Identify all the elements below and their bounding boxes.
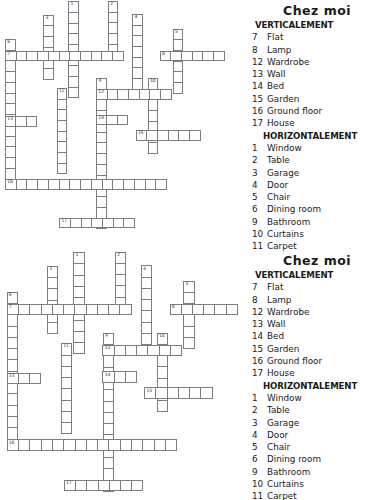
crossword-cell[interactable]	[5, 147, 16, 158]
crossword-cell[interactable]	[7, 327, 18, 338]
crossword-cell[interactable]	[61, 412, 72, 423]
crossword-cell[interactable]	[98, 304, 109, 315]
crossword-cell[interactable]	[70, 179, 81, 190]
cell-number: 1	[70, 2, 73, 7]
crossword-cell[interactable]: 5	[173, 29, 184, 41]
word-strip-13-copy-2: 13	[7, 373, 41, 384]
crossword-cell[interactable]	[82, 218, 93, 229]
crossword-cell[interactable]	[47, 278, 58, 289]
crossword-cell[interactable]: 17	[64, 480, 76, 491]
crossword-cell[interactable]	[132, 79, 143, 90]
clue-number: 8	[252, 294, 267, 306]
crossword-cell[interactable]	[183, 338, 194, 349]
clue-number: 17	[252, 367, 267, 379]
crossword-cell[interactable]	[73, 264, 84, 275]
crossword-cell[interactable]	[61, 423, 72, 434]
crossword-cell[interactable]	[73, 321, 84, 332]
crossword-cell[interactable]	[43, 37, 54, 48]
crossword-cell[interactable]: 1	[73, 252, 84, 264]
crossword-cell[interactable]: 3	[43, 15, 54, 27]
crossword-cell[interactable]	[71, 218, 82, 229]
crossword-cell[interactable]	[43, 26, 54, 37]
word-strip-12-copy-2: 12	[102, 345, 182, 356]
verticalement-heading: VERTICALEMENT	[250, 269, 372, 281]
crossword-cell[interactable]	[61, 378, 72, 389]
crossword-cell[interactable]	[201, 387, 212, 398]
word-strip-9-copy-1: 9	[96, 78, 107, 229]
crossword-cell[interactable]	[132, 439, 143, 450]
crossword-cell[interactable]: 17	[59, 218, 71, 229]
crossword-cell[interactable]	[141, 300, 152, 311]
crossword-cell[interactable]	[68, 13, 79, 24]
clue-number: 6	[252, 203, 267, 215]
crossword-cell[interactable]	[61, 367, 72, 378]
crossword-cell[interactable]	[171, 345, 182, 356]
crossword-cell[interactable]	[193, 304, 204, 315]
crossword-cell[interactable]	[183, 293, 194, 304]
crossword-cell[interactable]	[182, 304, 193, 315]
crossword-cell[interactable]	[73, 287, 84, 298]
crossword-cell[interactable]	[137, 345, 148, 356]
crossword-cell[interactable]	[70, 51, 81, 62]
crossword-cell[interactable]	[148, 111, 159, 122]
crossword-cell[interactable]	[129, 89, 140, 100]
crossword-cell[interactable]	[81, 179, 92, 190]
crossword-cell[interactable]	[7, 315, 18, 326]
word-strip-3-copy-1: 3	[43, 15, 54, 80]
clue-label: Garden	[267, 343, 372, 355]
crossword-cell[interactable]: 15	[144, 387, 156, 398]
word-strip-4-copy-2: 4	[141, 265, 152, 356]
crossword-cell[interactable]: 10	[157, 333, 168, 345]
vertical-clue-list: 7Flat8Lamp12Wardrobe13Wall14Bed15Garden1…	[250, 281, 372, 379]
crossword-cell[interactable]	[140, 89, 151, 100]
crossword-cell[interactable]: 1	[68, 1, 79, 13]
crossword-cell[interactable]: 16	[5, 179, 17, 190]
crossword-cell[interactable]	[158, 130, 169, 141]
crossword-cell[interactable]: 16	[7, 439, 19, 450]
crossword-cell[interactable]	[113, 179, 124, 190]
crossword-cell[interactable]: 2	[115, 252, 126, 264]
crossword-cell[interactable]: 6	[5, 39, 16, 51]
crossword-cell[interactable]	[157, 356, 168, 367]
word-strip-8-copy-2: 8	[170, 304, 238, 315]
crossword-cell[interactable]	[132, 480, 143, 491]
crossword-cell[interactable]: 7	[5, 51, 17, 62]
crossword-cell[interactable]	[103, 218, 114, 229]
word-strip-13-copy-1: 13	[5, 116, 37, 127]
crossword-cell[interactable]	[141, 289, 152, 300]
word-strip-6-copy-1: 6	[5, 39, 16, 190]
word-strip-15-copy-2: 15	[144, 387, 212, 398]
crossword-cell[interactable]	[42, 439, 53, 450]
crossword-cell[interactable]	[193, 51, 204, 62]
crossword-cell[interactable]: 15	[136, 130, 148, 141]
crossword-cell[interactable]	[53, 439, 64, 450]
word-strip-8-copy-1: 8	[160, 51, 225, 62]
crossword-cell[interactable]	[118, 115, 128, 126]
crossword-cell[interactable]	[76, 439, 87, 450]
crossword-cell[interactable]	[157, 401, 168, 412]
crossword-cell[interactable]	[60, 51, 71, 62]
crossword-cell[interactable]	[161, 89, 172, 100]
clue-label: Table	[267, 154, 372, 166]
clue-number: 7	[252, 281, 267, 293]
crossword-cell[interactable]	[96, 165, 107, 176]
crossword-cell[interactable]	[146, 179, 157, 190]
cell-number: 11	[63, 344, 68, 349]
crossword-cell[interactable]	[148, 345, 159, 356]
cell-number: 3	[45, 16, 48, 21]
clue-number: 15	[252, 93, 267, 105]
clue-label: Dining room	[267, 203, 372, 215]
crossword-cell[interactable]	[27, 179, 38, 190]
crossword-cell[interactable]	[132, 58, 143, 69]
crossword-cell[interactable]	[132, 26, 143, 37]
crossword-cell[interactable]	[38, 179, 49, 190]
crossword-cell[interactable]	[108, 23, 119, 34]
crossword-cell[interactable]	[47, 323, 58, 334]
word-strip-14-copy-1: 14	[96, 115, 128, 126]
clue-label: Bathroom	[267, 466, 372, 478]
crossword-cell[interactable]	[173, 83, 184, 94]
crossword-cell[interactable]	[42, 304, 53, 315]
crossword-cell[interactable]	[190, 130, 201, 141]
crossword-cell[interactable]: 4	[132, 14, 143, 26]
crossword-cell[interactable]: 8	[160, 51, 172, 62]
clue-number: 9	[252, 466, 267, 478]
crossword-cell[interactable]	[57, 132, 68, 143]
clue-number: 15	[252, 343, 267, 355]
crossword-cell[interactable]	[102, 51, 113, 62]
crossword-cell[interactable]	[30, 373, 41, 384]
crossword-cell[interactable]	[96, 100, 107, 111]
crossword-cell[interactable]	[148, 143, 159, 154]
crossword-cell[interactable]	[132, 47, 143, 58]
clue-number: 9	[252, 216, 267, 228]
crossword-cell[interactable]: 12	[96, 89, 108, 100]
word-strip-7-copy-2: 7	[7, 304, 132, 315]
crossword-cell[interactable]	[27, 51, 38, 62]
cell-number: 2	[117, 253, 120, 258]
crossword-cell[interactable]	[109, 439, 120, 450]
crossword-cell[interactable]	[7, 349, 18, 360]
crossword-cell[interactable]	[76, 480, 87, 491]
crossword-cell[interactable]	[204, 304, 215, 315]
cell-number: 17	[61, 219, 66, 224]
crossword-cell[interactable]	[5, 169, 16, 180]
clue-label: Garage	[267, 167, 372, 179]
crossword-cell[interactable]	[81, 51, 92, 62]
crossword-cell[interactable]	[61, 401, 72, 412]
clue-label: Table	[267, 404, 372, 416]
crossword-cell[interactable]	[57, 153, 68, 164]
crossword-cell[interactable]: 13	[5, 116, 16, 127]
crossword-cell[interactable]	[7, 394, 18, 405]
crossword-cell[interactable]: 2	[108, 1, 119, 13]
clue-label: Lamp	[267, 44, 372, 56]
word-strip-2-copy-1: 2	[108, 1, 119, 55]
clue-row: 5Chair	[250, 191, 372, 203]
cell-number: 9	[105, 334, 108, 339]
crossword-cell[interactable]	[118, 89, 129, 100]
crossword-cell[interactable]	[121, 439, 132, 450]
crossword-cell[interactable]	[47, 289, 58, 300]
crossword-cell[interactable]	[141, 323, 152, 334]
crossword-cell[interactable]	[155, 439, 166, 450]
crossword-cell[interactable]	[103, 413, 114, 424]
crossword-cell[interactable]	[64, 439, 75, 450]
crossword-cell[interactable]	[5, 83, 16, 94]
crossword-cell[interactable]: 11	[61, 343, 72, 355]
clue-number: 7	[252, 31, 267, 43]
crossword-cell[interactable]	[108, 13, 119, 24]
crossword-cell[interactable]	[179, 387, 190, 398]
crossword-cell[interactable]	[5, 72, 16, 83]
crossword-cell[interactable]	[109, 304, 120, 315]
crossword-cell[interactable]	[141, 278, 152, 289]
crossword-cell[interactable]	[103, 356, 114, 367]
cell-number: 6	[9, 293, 12, 298]
crossword-cell[interactable]	[57, 110, 68, 121]
crossword-cell[interactable]: 14	[96, 115, 107, 126]
crossword-cell[interactable]	[30, 304, 41, 315]
crossword-cell[interactable]	[92, 51, 103, 62]
crossword-cell[interactable]	[57, 164, 68, 175]
crossword-cell[interactable]	[156, 387, 167, 398]
crossword-cell[interactable]	[215, 304, 226, 315]
crossword-cell[interactable]	[87, 480, 98, 491]
word-strip-17-copy-1: 17	[59, 218, 135, 229]
crossword-cell[interactable]: 6	[7, 292, 18, 304]
crossword-cell[interactable]	[103, 390, 114, 401]
clue-number: 8	[252, 44, 267, 56]
crossword-cell[interactable]	[7, 406, 18, 417]
crossword-cell[interactable]	[61, 389, 72, 400]
clue-number: 16	[252, 355, 267, 367]
crossword-cell[interactable]	[7, 360, 18, 371]
clue-number: 12	[252, 56, 267, 68]
crossword-cell[interactable]	[75, 304, 86, 315]
crossword-cell[interactable]	[143, 439, 154, 450]
clue-row: 17House	[250, 367, 372, 379]
clue-number: 3	[252, 417, 267, 429]
clue-row: 5Chair	[250, 441, 372, 453]
crossword-cell[interactable]	[115, 275, 126, 286]
clue-row: 10Curtains	[250, 228, 372, 240]
crossword-cell[interactable]: 8	[170, 304, 182, 315]
crossword-cell[interactable]	[132, 36, 143, 47]
crossword-cell[interactable]	[5, 94, 16, 105]
crossword-cell[interactable]	[7, 383, 18, 394]
clue-row: 13Wall	[250, 68, 372, 80]
clue-label: Garage	[267, 417, 372, 429]
crossword-cell[interactable]	[92, 218, 103, 229]
crossword-cell[interactable]	[5, 104, 16, 115]
horizontalement-heading: HORIZONTALEMENT	[250, 130, 372, 142]
crossword-cell[interactable]: 3	[47, 266, 58, 278]
clue-row: 4Door	[250, 429, 372, 441]
crossword-cell[interactable]	[68, 88, 79, 99]
crossword-cell[interactable]: 13	[7, 373, 19, 384]
crossword-cell[interactable]	[7, 428, 18, 439]
crossword-cell[interactable]	[57, 100, 68, 111]
crossword-cell[interactable]	[38, 51, 49, 62]
cell-number: 16	[7, 180, 12, 185]
clue-number: 17	[252, 117, 267, 129]
crossword-cell[interactable]	[57, 142, 68, 153]
crossword-cell[interactable]	[114, 218, 125, 229]
crossword-cell[interactable]	[124, 179, 135, 190]
clue-number: 6	[252, 453, 267, 465]
crossword-cell[interactable]	[98, 439, 109, 450]
crossword-cell[interactable]	[150, 89, 161, 100]
crossword-cell[interactable]	[53, 304, 64, 315]
crossword-cell[interactable]	[171, 51, 182, 62]
cell-number: 9	[98, 79, 101, 84]
crossword-cell[interactable]	[147, 130, 158, 141]
crossword-cell[interactable]	[68, 77, 79, 88]
crossword-cell[interactable]	[5, 61, 16, 72]
crossword-cell[interactable]	[115, 286, 126, 297]
crossword-cell[interactable]	[166, 439, 177, 450]
crossword-cell[interactable]	[113, 51, 124, 62]
clue-label: Chair	[267, 441, 372, 453]
crossword-cell[interactable]: 9	[103, 333, 114, 345]
crossword-cell[interactable]	[87, 439, 98, 450]
crossword-cell[interactable]	[87, 304, 98, 315]
crossword-cell[interactable]	[5, 126, 16, 137]
crossword-cell[interactable]	[96, 143, 107, 154]
crossword-cell[interactable]	[49, 51, 60, 62]
crossword-cell[interactable]	[124, 218, 135, 229]
clue-row: 12Wardrobe	[250, 306, 372, 318]
clue-number: 10	[252, 228, 267, 240]
crossword-cell[interactable]: 7	[7, 304, 19, 315]
crossword-cell[interactable]	[64, 304, 75, 315]
crossword-cell[interactable]	[168, 387, 179, 398]
clue-row: 12Wardrobe	[250, 56, 372, 68]
cell-number: 4	[143, 267, 146, 272]
crossword-cell[interactable]: 14	[102, 371, 114, 382]
crossword-cell[interactable]	[60, 179, 71, 190]
word-strip-12-copy-1: 12	[96, 89, 172, 100]
crossword-cell[interactable]	[96, 133, 107, 144]
crossword-cell[interactable]	[183, 315, 194, 326]
word-strip-7-copy-1: 7	[5, 51, 124, 62]
crossword-cell[interactable]: 12	[102, 345, 114, 356]
crossword-cell[interactable]	[141, 311, 152, 322]
crossword-cell[interactable]	[115, 345, 126, 356]
crossword-cell[interactable]	[7, 417, 18, 428]
crossword-cell[interactable]	[92, 179, 103, 190]
crossword-cell[interactable]	[96, 197, 107, 208]
clue-row: 2Table	[250, 154, 372, 166]
clue-label: Door	[267, 179, 372, 191]
crossword-cell[interactable]	[141, 334, 152, 345]
crossword-cell[interactable]	[115, 371, 126, 382]
crossword-cell[interactable]	[132, 68, 143, 79]
crossword-cell[interactable]	[183, 327, 194, 338]
cell-number: 13	[9, 374, 14, 379]
crossword-cell[interactable]	[203, 51, 214, 62]
crossword-cell[interactable]: 5	[183, 281, 194, 293]
crossword-cell[interactable]	[68, 24, 79, 35]
crossword-cell[interactable]	[169, 130, 180, 141]
crossword-cell[interactable]	[107, 115, 117, 126]
crossword-cell[interactable]	[30, 439, 41, 450]
crossword-cell[interactable]	[5, 137, 16, 148]
crossword-cell[interactable]	[108, 34, 119, 45]
crossword-cell[interactable]	[49, 179, 60, 190]
clue-number: 5	[252, 191, 267, 203]
crossword-cell[interactable]	[73, 276, 84, 287]
crossword-cell[interactable]	[148, 100, 159, 111]
crossword-cell[interactable]	[173, 40, 184, 51]
clue-row: 7Flat	[250, 31, 372, 43]
crossword-cell[interactable]	[103, 402, 114, 413]
crossword-cell[interactable]	[157, 367, 168, 378]
crossword-cell[interactable]	[160, 345, 171, 356]
crossword-cell[interactable]	[126, 371, 137, 382]
crossword-cell[interactable]	[135, 179, 146, 190]
crossword-cell[interactable]	[19, 439, 30, 450]
crossword-cell[interactable]	[156, 179, 167, 190]
crossword-cell[interactable]	[103, 179, 114, 190]
crossword-cell[interactable]	[73, 343, 84, 354]
crossword-cell[interactable]	[190, 387, 201, 398]
crossword-cell[interactable]	[17, 179, 28, 190]
crossword-cell[interactable]	[173, 62, 184, 73]
crossword-cell[interactable]	[126, 345, 137, 356]
crossword-cell[interactable]	[110, 480, 121, 491]
crossword-cell[interactable]	[99, 480, 110, 491]
crossword-cell[interactable]	[17, 51, 28, 62]
crossword-cell[interactable]	[68, 66, 79, 77]
clue-number: 1	[252, 142, 267, 154]
crossword-cell[interactable]	[27, 116, 37, 127]
crossword-cell[interactable]	[19, 373, 30, 384]
crossword-cell[interactable]	[68, 34, 79, 45]
crossword-cell[interactable]	[57, 121, 68, 132]
crossword-cell[interactable]	[5, 158, 16, 169]
crossword-cell[interactable]	[19, 304, 30, 315]
crossword-cell[interactable]: 9	[96, 78, 107, 90]
crossword-cell[interactable]	[103, 424, 114, 435]
word-strip-16-copy-2: 16	[7, 439, 178, 450]
crossword-cell[interactable]	[115, 264, 126, 275]
crossword-cell[interactable]	[182, 51, 193, 62]
crossword-cell[interactable]: 4	[141, 265, 152, 277]
crossword-cell[interactable]	[7, 338, 18, 349]
crossword-cell[interactable]	[108, 89, 119, 100]
worksheet-page: 1234567891011121314151617123456789101112…	[0, 0, 375, 500]
crossword-cell[interactable]	[121, 480, 132, 491]
crossword-cell[interactable]	[61, 356, 72, 367]
crossword-cell[interactable]	[214, 51, 225, 62]
crossword-cell[interactable]	[73, 332, 84, 343]
crossword-cell[interactable]	[16, 116, 26, 127]
crossword-cell[interactable]	[120, 304, 131, 315]
crossword-cell[interactable]	[96, 154, 107, 165]
crossword-cell[interactable]	[227, 304, 238, 315]
crossword-cell[interactable]	[173, 72, 184, 83]
crossword-cell[interactable]	[43, 69, 54, 80]
crossword-cell[interactable]: 10	[148, 78, 159, 90]
crossword-cell[interactable]: 11	[57, 88, 68, 100]
crossword-cell[interactable]	[179, 130, 190, 141]
crossword-cell[interactable]	[103, 458, 114, 469]
